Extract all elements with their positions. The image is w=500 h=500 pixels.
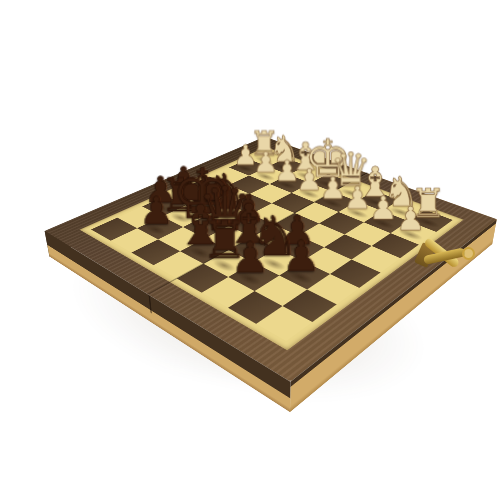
- product-photo: ♜♞♝♚♛♝♞♜♟♟♟♟♟♟♟♟♟♟♞♟♟♟♜♚♛♝♞♟♟♝♜♟: [0, 0, 500, 500]
- white-pawn: ♟: [378, 202, 444, 235]
- black-pawn: ♟: [207, 236, 293, 279]
- clasp-ring: [462, 247, 475, 260]
- brass-clasp: [418, 232, 478, 282]
